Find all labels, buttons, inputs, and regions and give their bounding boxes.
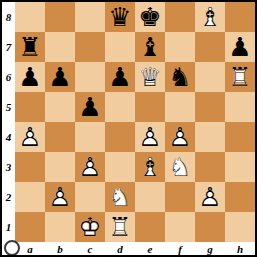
square-b4[interactable] [45,122,75,152]
square-a7[interactable]: ♜ [15,32,45,62]
square-d6[interactable]: ♟ [105,62,135,92]
white-knight[interactable]: ♘ [105,182,135,212]
white-bishop[interactable]: ♗ [135,152,165,182]
file-label-d: d [105,242,135,255]
square-a8[interactable] [15,2,45,32]
square-c1[interactable]: ♚♔ [75,212,105,242]
black-bishop[interactable]: ♝ [135,32,165,62]
white-queen[interactable]: ♕ [135,62,165,92]
black-pawn[interactable]: ♟ [15,62,45,92]
square-e1[interactable] [135,212,165,242]
white-rook[interactable]: ♖ [225,62,255,92]
square-d8[interactable]: ♛ [105,2,135,32]
white-to-move-indicator [4,240,20,256]
square-h4[interactable] [225,122,255,152]
square-h7[interactable]: ♟ [225,32,255,62]
file-labels: abcdefgh [15,242,255,255]
square-f3[interactable]: ♞♘ [165,152,195,182]
square-d4[interactable] [105,122,135,152]
square-c7[interactable] [75,32,105,62]
square-e8[interactable]: ♚ [135,2,165,32]
square-f2[interactable] [165,182,195,212]
rank-label-7: 7 [2,32,15,62]
square-e4[interactable]: ♟♙ [135,122,165,152]
square-f7[interactable] [165,32,195,62]
square-e5[interactable] [135,92,165,122]
white-pawn[interactable]: ♙ [165,122,195,152]
square-a3[interactable] [15,152,45,182]
square-g1[interactable] [195,212,225,242]
black-pawn[interactable]: ♟ [225,32,255,62]
square-f1[interactable] [165,212,195,242]
square-g2[interactable]: ♟♙ [195,182,225,212]
square-h6[interactable]: ♜♖ [225,62,255,92]
file-label-f: f [165,242,195,255]
rank-label-3: 3 [2,152,15,182]
white-pawn[interactable]: ♙ [45,182,75,212]
square-h8[interactable] [225,2,255,32]
square-f4[interactable]: ♟♙ [165,122,195,152]
square-d5[interactable] [105,92,135,122]
square-a5[interactable] [15,92,45,122]
square-a6[interactable]: ♟ [15,62,45,92]
rank-label-5: 5 [2,92,15,122]
white-rook[interactable]: ♖ [105,212,135,242]
square-g7[interactable] [195,32,225,62]
square-b7[interactable] [45,32,75,62]
file-label-h: h [225,242,255,255]
square-g3[interactable] [195,152,225,182]
white-knight[interactable]: ♘ [165,152,195,182]
square-d3[interactable] [105,152,135,182]
white-pawn[interactable]: ♙ [195,182,225,212]
square-h3[interactable] [225,152,255,182]
black-pawn[interactable]: ♟ [105,62,135,92]
square-b3[interactable] [45,152,75,182]
board[interactable]: ♛♚♝♗♜♝♟♟♟♟♛♕♞♜♖♟♟♙♟♙♟♙♟♙♝♗♞♘♟♙♞♘♟♙♚♔♜♖ [15,2,255,242]
white-bishop[interactable]: ♗ [195,2,225,32]
square-h5[interactable] [225,92,255,122]
chess-board-diagram: 87654321 ♛♚♝♗♜♝♟♟♟♟♛♕♞♜♖♟♟♙♟♙♟♙♟♙♝♗♞♘♟♙♞… [0,0,257,257]
square-a4[interactable]: ♟♙ [15,122,45,152]
black-rook[interactable]: ♜ [15,32,45,62]
white-pawn[interactable]: ♙ [15,122,45,152]
square-g6[interactable] [195,62,225,92]
square-c8[interactable] [75,2,105,32]
square-f8[interactable] [165,2,195,32]
black-pawn[interactable]: ♟ [75,92,105,122]
square-d7[interactable] [105,32,135,62]
rank-label-8: 8 [2,2,15,32]
square-c4[interactable] [75,122,105,152]
square-g8[interactable]: ♝♗ [195,2,225,32]
square-f6[interactable]: ♞ [165,62,195,92]
square-h1[interactable] [225,212,255,242]
file-label-e: e [135,242,165,255]
square-c3[interactable]: ♟♙ [75,152,105,182]
square-c2[interactable] [75,182,105,212]
square-b2[interactable]: ♟♙ [45,182,75,212]
file-label-b: b [45,242,75,255]
black-knight[interactable]: ♞ [165,62,195,92]
square-d1[interactable]: ♜♖ [105,212,135,242]
square-b5[interactable] [45,92,75,122]
square-h2[interactable] [225,182,255,212]
square-g5[interactable] [195,92,225,122]
square-b1[interactable] [45,212,75,242]
square-c6[interactable] [75,62,105,92]
rank-label-6: 6 [2,62,15,92]
square-e3[interactable]: ♝♗ [135,152,165,182]
square-a2[interactable] [15,182,45,212]
white-king[interactable]: ♔ [75,212,105,242]
rank-label-1: 1 [2,212,15,242]
white-pawn[interactable]: ♙ [135,122,165,152]
square-e7[interactable]: ♝ [135,32,165,62]
rank-label-2: 2 [2,182,15,212]
square-b6[interactable]: ♟ [45,62,75,92]
square-d2[interactable]: ♞♘ [105,182,135,212]
rank-labels: 87654321 [2,2,15,242]
file-label-c: c [75,242,105,255]
square-f5[interactable] [165,92,195,122]
black-queen[interactable]: ♛ [105,2,135,32]
square-a1[interactable] [15,212,45,242]
rank-label-4: 4 [2,122,15,152]
square-e6[interactable]: ♛♕ [135,62,165,92]
square-g4[interactable] [195,122,225,152]
file-label-g: g [195,242,225,255]
square-e2[interactable] [135,182,165,212]
square-b8[interactable] [45,2,75,32]
black-pawn[interactable]: ♟ [45,62,75,92]
white-pawn[interactable]: ♙ [75,152,105,182]
black-king[interactable]: ♚ [135,2,165,32]
square-c5[interactable]: ♟ [75,92,105,122]
